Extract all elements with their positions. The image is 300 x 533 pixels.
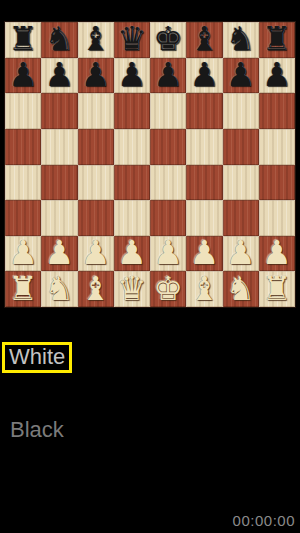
square-h1[interactable]: ♜ bbox=[259, 271, 295, 307]
square-g8[interactable]: ♞ bbox=[223, 22, 259, 58]
square-c1[interactable]: ♝ bbox=[78, 271, 114, 307]
square-f3[interactable] bbox=[186, 200, 222, 236]
square-b2[interactable]: ♟ bbox=[41, 236, 77, 272]
square-d8[interactable]: ♛ bbox=[114, 22, 150, 58]
square-c5[interactable] bbox=[78, 129, 114, 165]
square-h3[interactable] bbox=[259, 200, 295, 236]
piece-white-rook[interactable]: ♜ bbox=[8, 271, 38, 306]
square-d3[interactable] bbox=[114, 200, 150, 236]
square-f5[interactable] bbox=[186, 129, 222, 165]
white-player-label: White bbox=[9, 344, 65, 369]
square-e4[interactable] bbox=[150, 165, 186, 201]
piece-white-king[interactable]: ♚ bbox=[153, 271, 183, 306]
square-h2[interactable]: ♟ bbox=[259, 236, 295, 272]
piece-black-pawn[interactable]: ♟ bbox=[190, 57, 220, 92]
square-g7[interactable]: ♟ bbox=[223, 58, 259, 94]
square-e7[interactable]: ♟ bbox=[150, 58, 186, 94]
square-b3[interactable] bbox=[41, 200, 77, 236]
square-g6[interactable] bbox=[223, 93, 259, 129]
square-a4[interactable] bbox=[5, 165, 41, 201]
square-f4[interactable] bbox=[186, 165, 222, 201]
piece-white-queen[interactable]: ♛ bbox=[117, 271, 147, 306]
chess-app-screen: ♜♞♝♛♚♝♞♜♟♟♟♟♟♟♟♟♟♟♟♟♟♟♟♟♜♞♝♛♚♝♞♜ White B… bbox=[0, 0, 300, 533]
piece-white-pawn[interactable]: ♟ bbox=[262, 235, 292, 270]
square-d2[interactable]: ♟ bbox=[114, 236, 150, 272]
square-h6[interactable] bbox=[259, 93, 295, 129]
square-c2[interactable]: ♟ bbox=[78, 236, 114, 272]
square-a5[interactable] bbox=[5, 129, 41, 165]
square-c6[interactable] bbox=[78, 93, 114, 129]
square-h8[interactable]: ♜ bbox=[259, 22, 295, 58]
square-h7[interactable]: ♟ bbox=[259, 58, 295, 94]
piece-white-pawn[interactable]: ♟ bbox=[117, 235, 147, 270]
square-g5[interactable] bbox=[223, 129, 259, 165]
game-clock: 00:00:00 bbox=[233, 512, 295, 529]
piece-white-pawn[interactable]: ♟ bbox=[81, 235, 111, 270]
square-f6[interactable] bbox=[186, 93, 222, 129]
white-player-turn-indicator[interactable]: White bbox=[2, 342, 72, 373]
piece-white-pawn[interactable]: ♟ bbox=[226, 235, 256, 270]
square-a3[interactable] bbox=[5, 200, 41, 236]
square-c7[interactable]: ♟ bbox=[78, 58, 114, 94]
square-b1[interactable]: ♞ bbox=[41, 271, 77, 307]
square-f1[interactable]: ♝ bbox=[186, 271, 222, 307]
piece-white-bishop[interactable]: ♝ bbox=[190, 271, 220, 306]
square-d1[interactable]: ♛ bbox=[114, 271, 150, 307]
square-e3[interactable] bbox=[150, 200, 186, 236]
piece-black-rook[interactable]: ♜ bbox=[8, 21, 38, 56]
piece-white-knight[interactable]: ♞ bbox=[226, 271, 256, 306]
square-a8[interactable]: ♜ bbox=[5, 22, 41, 58]
square-c8[interactable]: ♝ bbox=[78, 22, 114, 58]
piece-white-knight[interactable]: ♞ bbox=[45, 271, 75, 306]
square-d6[interactable] bbox=[114, 93, 150, 129]
piece-white-rook[interactable]: ♜ bbox=[262, 271, 292, 306]
piece-black-knight[interactable]: ♞ bbox=[226, 21, 256, 56]
piece-black-pawn[interactable]: ♟ bbox=[81, 57, 111, 92]
square-h5[interactable] bbox=[259, 129, 295, 165]
square-a2[interactable]: ♟ bbox=[5, 236, 41, 272]
square-g3[interactable] bbox=[223, 200, 259, 236]
square-c4[interactable] bbox=[78, 165, 114, 201]
piece-black-pawn[interactable]: ♟ bbox=[45, 57, 75, 92]
piece-white-pawn[interactable]: ♟ bbox=[153, 235, 183, 270]
square-a7[interactable]: ♟ bbox=[5, 58, 41, 94]
square-f2[interactable]: ♟ bbox=[186, 236, 222, 272]
square-e5[interactable] bbox=[150, 129, 186, 165]
black-player-label[interactable]: Black bbox=[10, 418, 64, 441]
square-e8[interactable]: ♚ bbox=[150, 22, 186, 58]
square-a1[interactable]: ♜ bbox=[5, 271, 41, 307]
piece-white-bishop[interactable]: ♝ bbox=[81, 271, 111, 306]
square-c3[interactable] bbox=[78, 200, 114, 236]
piece-black-bishop[interactable]: ♝ bbox=[190, 21, 220, 56]
square-e1[interactable]: ♚ bbox=[150, 271, 186, 307]
piece-black-bishop[interactable]: ♝ bbox=[81, 21, 111, 56]
square-a6[interactable] bbox=[5, 93, 41, 129]
chess-board: ♜♞♝♛♚♝♞♜♟♟♟♟♟♟♟♟♟♟♟♟♟♟♟♟♜♞♝♛♚♝♞♜ bbox=[5, 22, 295, 307]
piece-black-pawn[interactable]: ♟ bbox=[226, 57, 256, 92]
square-f8[interactable]: ♝ bbox=[186, 22, 222, 58]
square-g1[interactable]: ♞ bbox=[223, 271, 259, 307]
piece-black-pawn[interactable]: ♟ bbox=[153, 57, 183, 92]
square-b7[interactable]: ♟ bbox=[41, 58, 77, 94]
square-d7[interactable]: ♟ bbox=[114, 58, 150, 94]
square-d5[interactable] bbox=[114, 129, 150, 165]
piece-black-knight[interactable]: ♞ bbox=[45, 21, 75, 56]
square-e6[interactable] bbox=[150, 93, 186, 129]
square-b8[interactable]: ♞ bbox=[41, 22, 77, 58]
square-d4[interactable] bbox=[114, 165, 150, 201]
piece-white-pawn[interactable]: ♟ bbox=[8, 235, 38, 270]
piece-black-pawn[interactable]: ♟ bbox=[8, 57, 38, 92]
piece-black-pawn[interactable]: ♟ bbox=[262, 57, 292, 92]
square-h4[interactable] bbox=[259, 165, 295, 201]
square-g2[interactable]: ♟ bbox=[223, 236, 259, 272]
piece-black-rook[interactable]: ♜ bbox=[262, 21, 292, 56]
square-b5[interactable] bbox=[41, 129, 77, 165]
piece-white-pawn[interactable]: ♟ bbox=[45, 235, 75, 270]
piece-black-queen[interactable]: ♛ bbox=[117, 21, 147, 56]
square-b4[interactable] bbox=[41, 165, 77, 201]
square-e2[interactable]: ♟ bbox=[150, 236, 186, 272]
square-g4[interactable] bbox=[223, 165, 259, 201]
piece-black-king[interactable]: ♚ bbox=[153, 21, 183, 56]
square-f7[interactable]: ♟ bbox=[186, 58, 222, 94]
square-b6[interactable] bbox=[41, 93, 77, 129]
piece-white-pawn[interactable]: ♟ bbox=[190, 235, 220, 270]
piece-black-pawn[interactable]: ♟ bbox=[117, 57, 147, 92]
